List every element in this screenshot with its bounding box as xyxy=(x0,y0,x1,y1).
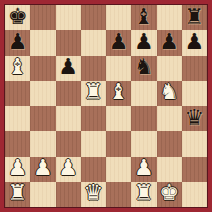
square-a2[interactable]: ♟ xyxy=(5,157,30,182)
square-h1[interactable] xyxy=(182,182,207,207)
square-e6[interactable] xyxy=(106,56,131,81)
piece-black-knight: ♞ xyxy=(134,56,154,78)
square-a6[interactable]: ♝ xyxy=(5,56,30,81)
square-d7[interactable] xyxy=(81,30,106,55)
piece-white-knight: ♞ xyxy=(159,81,179,103)
square-c2[interactable]: ♟ xyxy=(56,157,81,182)
piece-white-king: ♚ xyxy=(159,182,179,204)
piece-white-pawn: ♟ xyxy=(8,157,28,179)
piece-white-rook: ♜ xyxy=(134,182,154,204)
square-f2[interactable]: ♟ xyxy=(131,157,156,182)
square-c3[interactable] xyxy=(56,131,81,156)
piece-black-pawn: ♟ xyxy=(134,31,154,53)
square-a3[interactable] xyxy=(5,131,30,156)
square-c8[interactable] xyxy=(56,5,81,30)
piece-black-pawn: ♟ xyxy=(159,31,179,53)
piece-white-bishop: ♝ xyxy=(109,81,129,103)
square-h3[interactable] xyxy=(182,131,207,156)
square-e2[interactable] xyxy=(106,157,131,182)
square-f3[interactable] xyxy=(131,131,156,156)
square-f6[interactable]: ♞ xyxy=(131,56,156,81)
square-b5[interactable] xyxy=(30,81,55,106)
square-f8[interactable]: ♝ xyxy=(131,5,156,30)
piece-black-queen: ♛ xyxy=(185,107,205,129)
square-a8[interactable]: ♚ xyxy=(5,5,30,30)
square-g2[interactable] xyxy=(157,157,182,182)
square-h2[interactable] xyxy=(182,157,207,182)
square-b8[interactable] xyxy=(30,5,55,30)
square-d8[interactable] xyxy=(81,5,106,30)
piece-black-pawn: ♟ xyxy=(185,31,205,53)
piece-white-pawn: ♟ xyxy=(33,157,53,179)
square-d3[interactable] xyxy=(81,131,106,156)
piece-white-queen: ♛ xyxy=(84,182,104,204)
square-f5[interactable] xyxy=(131,81,156,106)
square-e7[interactable]: ♟ xyxy=(106,30,131,55)
square-a4[interactable] xyxy=(5,106,30,131)
square-d1[interactable]: ♛ xyxy=(81,182,106,207)
square-d4[interactable] xyxy=(81,106,106,131)
square-g5[interactable]: ♞ xyxy=(157,81,182,106)
square-f4[interactable] xyxy=(131,106,156,131)
square-h4[interactable]: ♛ xyxy=(182,106,207,131)
square-g6[interactable] xyxy=(157,56,182,81)
square-h8[interactable]: ♜ xyxy=(182,5,207,30)
piece-white-pawn: ♟ xyxy=(134,157,154,179)
chess-board: ♚♝♜♟♟♟♟♟♝♟♞♜♝♞♛♟♟♟♟♜♛♜♚ xyxy=(4,4,208,208)
piece-black-pawn: ♟ xyxy=(58,56,78,78)
square-b7[interactable] xyxy=(30,30,55,55)
chess-board-frame: ♚♝♜♟♟♟♟♟♝♟♞♜♝♞♛♟♟♟♟♜♛♜♚ xyxy=(0,0,212,212)
piece-black-king: ♚ xyxy=(8,6,28,28)
square-a5[interactable] xyxy=(5,81,30,106)
square-g8[interactable] xyxy=(157,5,182,30)
square-b4[interactable] xyxy=(30,106,55,131)
square-h5[interactable] xyxy=(182,81,207,106)
square-h6[interactable] xyxy=(182,56,207,81)
piece-black-bishop: ♝ xyxy=(134,6,154,28)
piece-white-pawn: ♟ xyxy=(58,157,78,179)
square-e4[interactable] xyxy=(106,106,131,131)
square-e8[interactable] xyxy=(106,5,131,30)
square-h7[interactable]: ♟ xyxy=(182,30,207,55)
square-b3[interactable] xyxy=(30,131,55,156)
square-g7[interactable]: ♟ xyxy=(157,30,182,55)
square-c5[interactable] xyxy=(56,81,81,106)
square-c7[interactable] xyxy=(56,30,81,55)
piece-white-rook: ♜ xyxy=(84,81,104,103)
square-e1[interactable] xyxy=(106,182,131,207)
square-g3[interactable] xyxy=(157,131,182,156)
square-d6[interactable] xyxy=(81,56,106,81)
square-f1[interactable]: ♜ xyxy=(131,182,156,207)
square-a7[interactable]: ♟ xyxy=(5,30,30,55)
piece-white-rook: ♜ xyxy=(8,182,28,204)
square-g4[interactable] xyxy=(157,106,182,131)
square-b2[interactable]: ♟ xyxy=(30,157,55,182)
square-f7[interactable]: ♟ xyxy=(131,30,156,55)
square-b6[interactable] xyxy=(30,56,55,81)
square-c4[interactable] xyxy=(56,106,81,131)
piece-black-pawn: ♟ xyxy=(109,31,129,53)
square-c6[interactable]: ♟ xyxy=(56,56,81,81)
piece-black-rook: ♜ xyxy=(185,6,205,28)
square-e5[interactable]: ♝ xyxy=(106,81,131,106)
piece-black-pawn: ♟ xyxy=(8,31,28,53)
square-d5[interactable]: ♜ xyxy=(81,81,106,106)
square-d2[interactable] xyxy=(81,157,106,182)
square-g1[interactable]: ♚ xyxy=(157,182,182,207)
square-e3[interactable] xyxy=(106,131,131,156)
square-b1[interactable] xyxy=(30,182,55,207)
square-a1[interactable]: ♜ xyxy=(5,182,30,207)
square-c1[interactable] xyxy=(56,182,81,207)
piece-white-bishop: ♝ xyxy=(8,56,28,78)
